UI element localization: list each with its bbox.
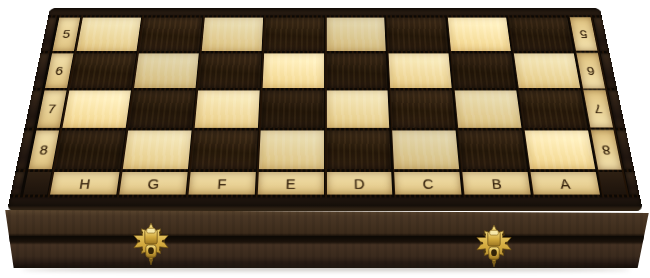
file-label-f: F (188, 172, 255, 195)
square-b6[interactable] (451, 53, 516, 88)
file-label-d: D (326, 172, 392, 195)
rank-label-left-5: 5 (53, 18, 81, 51)
file-label-g: G (119, 172, 187, 195)
file-label-b: B (463, 172, 531, 195)
square-d5[interactable] (326, 18, 386, 51)
lid-seam-groove (0, 236, 650, 242)
left-frame-rim (10, 172, 25, 195)
square-e6[interactable] (262, 53, 323, 88)
square-h8[interactable] (55, 130, 126, 169)
drop-shadow (22, 266, 630, 273)
file-label-c: C (395, 172, 462, 195)
square-g5[interactable] (139, 18, 202, 51)
file-label-h: H (50, 172, 119, 195)
square-e7[interactable] (260, 90, 323, 127)
board-far-rim (48, 8, 601, 15)
square-b5[interactable] (448, 18, 511, 51)
square-d8[interactable] (326, 130, 391, 169)
square-g7[interactable] (128, 90, 195, 127)
square-g8[interactable] (123, 130, 192, 169)
square-h6[interactable] (70, 53, 136, 88)
square-a7[interactable] (519, 90, 587, 127)
square-a8[interactable] (525, 130, 596, 169)
square-h7[interactable] (62, 90, 130, 127)
square-e5[interactable] (264, 18, 324, 51)
square-c7[interactable] (391, 90, 456, 127)
square-g6[interactable] (134, 53, 199, 88)
rank-label-left-6: 6 (45, 53, 74, 88)
square-b8[interactable] (459, 130, 528, 169)
brass-latch-icon (132, 222, 170, 266)
file-label-e: E (257, 172, 323, 195)
front-left-corner (23, 172, 51, 195)
front-right-corner (599, 172, 627, 195)
square-f8[interactable] (191, 130, 258, 169)
right-frame-rim (625, 172, 640, 195)
brass-latch-icon (475, 224, 513, 268)
rank-label-right-5: 5 (570, 18, 598, 51)
rank-label-left-8: 8 (29, 130, 60, 169)
chess-box-photo: 55667788HGFEDCBA (0, 0, 650, 278)
square-b7[interactable] (455, 90, 522, 127)
square-f7[interactable] (194, 90, 259, 127)
box-front-face (0, 210, 650, 268)
rank-label-left-7: 7 (37, 90, 67, 127)
square-f5[interactable] (202, 18, 263, 51)
square-d6[interactable] (326, 53, 387, 88)
square-a6[interactable] (514, 53, 580, 88)
square-h5[interactable] (77, 18, 141, 51)
board-front-bevel (7, 197, 643, 211)
latch-left[interactable] (132, 222, 170, 270)
latch-right[interactable] (475, 224, 513, 272)
square-a5[interactable] (509, 18, 573, 51)
file-label-a: A (531, 172, 600, 195)
square-f6[interactable] (198, 53, 261, 88)
square-c6[interactable] (389, 53, 452, 88)
square-c5[interactable] (387, 18, 448, 51)
square-c8[interactable] (393, 130, 460, 169)
board-grid: 55667788HGFEDCBA (7, 8, 643, 211)
square-d7[interactable] (326, 90, 389, 127)
square-e8[interactable] (259, 130, 324, 169)
